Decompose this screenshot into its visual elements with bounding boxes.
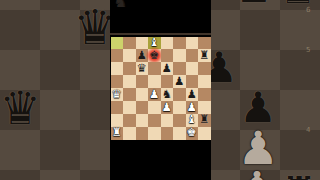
piece-white-rook[interactable]: ♜	[112, 127, 122, 139]
square-b3[interactable]	[123, 101, 136, 114]
square-h1[interactable]	[198, 127, 211, 140]
square-h5[interactable]	[198, 75, 211, 88]
square-a4[interactable]: ♛	[111, 88, 124, 101]
piece-white-bishop[interactable]: ♝	[187, 114, 197, 126]
square-a3[interactable]	[111, 101, 124, 114]
square-b6[interactable]	[123, 62, 136, 75]
piece-black-pawn[interactable]: ♟	[187, 89, 197, 101]
piece-black-pawn[interactable]: ♟	[137, 50, 147, 62]
square-f1[interactable]	[173, 127, 186, 140]
screenshot-root: ♛♛♟♟♟♟♜♟♜654 ♞ ♝♟♚♜♛♟♟♛♟♞♟♟♟♝♜♜♚	[0, 0, 320, 180]
square-b5[interactable]	[123, 75, 136, 88]
square-f4[interactable]	[173, 88, 186, 101]
square-g6[interactable]	[186, 62, 199, 75]
square-h6[interactable]	[198, 62, 211, 75]
black-pawn-background-icon: ♟	[236, 0, 272, 8]
rank-label-6: 6	[306, 7, 310, 14]
square-f5[interactable]: ♟	[173, 75, 186, 88]
black-rook-background-icon: ♜	[280, 0, 316, 9]
square-a7[interactable]	[111, 49, 124, 62]
square-h2[interactable]: ♜	[198, 114, 211, 127]
square-h4[interactable]	[198, 88, 211, 101]
piece-white-king[interactable]: ♚	[187, 127, 197, 139]
black-queen-background-icon: ♛	[0, 85, 41, 131]
piece-black-rook[interactable]: ♜	[199, 50, 209, 62]
piece-black-king[interactable]: ♚	[149, 50, 159, 62]
square-b4[interactable]	[123, 88, 136, 101]
square-b2[interactable]	[123, 114, 136, 127]
square-f2[interactable]	[173, 114, 186, 127]
square-c6[interactable]: ♛	[136, 62, 149, 75]
square-g4[interactable]: ♟	[186, 88, 199, 101]
square-d1[interactable]	[148, 127, 161, 140]
piece-white-pawn[interactable]: ♟	[162, 102, 172, 114]
square-e1[interactable]	[161, 127, 174, 140]
square-b7[interactable]	[123, 49, 136, 62]
chess-board[interactable]: ♝♟♚♜♛♟♟♛♟♞♟♟♟♝♜♜♚	[111, 37, 211, 140]
square-c3[interactable]	[136, 101, 149, 114]
square-h7[interactable]: ♜	[198, 49, 211, 62]
square-b8[interactable]	[123, 37, 136, 50]
piece-black-knight[interactable]: ♞	[162, 89, 172, 101]
square-d4[interactable]: ♟	[148, 88, 161, 101]
rank-label-4: 4	[306, 127, 310, 134]
piece-black-rook[interactable]: ♜	[199, 114, 209, 126]
piece-black-pawn[interactable]: ♟	[174, 76, 184, 88]
rank-label-5: 5	[306, 47, 310, 54]
square-c2[interactable]	[136, 114, 149, 127]
square-g7[interactable]	[186, 49, 199, 62]
square-a8[interactable]	[111, 37, 124, 50]
video-letterbox: ♞ ♝♟♚♜♛♟♟♛♟♞♟♟♟♝♜♜♚	[110, 0, 211, 180]
square-f7[interactable]	[173, 49, 186, 62]
square-a1[interactable]: ♜	[111, 127, 124, 140]
square-e4[interactable]: ♞	[161, 88, 174, 101]
square-e2[interactable]	[161, 114, 174, 127]
knight-icon: ♞	[113, 0, 127, 10]
piece-white-bishop[interactable]: ♝	[149, 37, 159, 49]
white-pawn-background-icon: ♟	[237, 166, 276, 180]
piece-black-queen[interactable]: ♛	[137, 63, 147, 75]
square-b1[interactable]	[123, 127, 136, 140]
square-d7[interactable]: ♚	[148, 49, 161, 62]
square-d3[interactable]	[148, 101, 161, 114]
piece-white-queen[interactable]: ♛	[112, 89, 122, 101]
square-e6[interactable]: ♟	[161, 62, 174, 75]
black-rook-background-icon: ♜	[281, 171, 317, 180]
square-d2[interactable]	[148, 114, 161, 127]
square-c4[interactable]	[136, 88, 149, 101]
square-g1[interactable]: ♚	[186, 127, 199, 140]
square-d6[interactable]	[148, 62, 161, 75]
piece-black-pawn[interactable]: ♟	[162, 63, 172, 75]
square-e3[interactable]: ♟	[161, 101, 174, 114]
square-c5[interactable]	[136, 75, 149, 88]
piece-white-pawn[interactable]: ♟	[187, 102, 197, 114]
square-a6[interactable]	[111, 62, 124, 75]
square-f8[interactable]	[173, 37, 186, 50]
video-top-line	[110, 33, 211, 36]
square-f3[interactable]	[173, 101, 186, 114]
square-c1[interactable]	[136, 127, 149, 140]
piece-white-pawn[interactable]: ♟	[149, 89, 159, 101]
square-g8[interactable]	[186, 37, 199, 50]
